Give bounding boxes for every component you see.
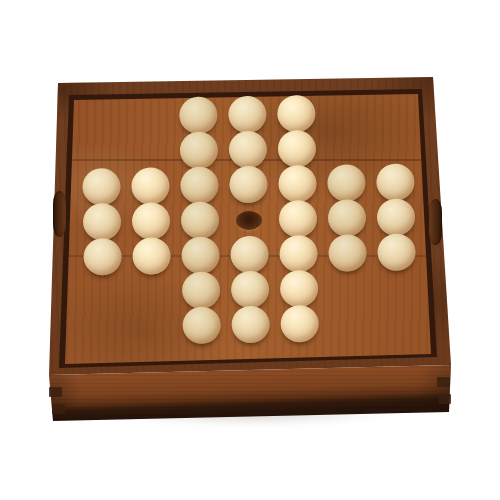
peg[interactable] [230,235,269,273]
peg[interactable] [279,234,318,272]
board-void [321,130,370,166]
board-void [369,94,418,130]
board-hole[interactable] [175,167,224,203]
board-hole[interactable] [78,239,127,275]
peg[interactable] [280,304,319,342]
board-void [125,98,174,134]
peg[interactable] [277,94,316,132]
board-hole[interactable] [273,166,322,202]
board-hole[interactable] [225,272,274,308]
board-hole[interactable] [127,238,176,274]
peg[interactable] [132,202,171,240]
board-hole[interactable] [174,97,223,133]
board-hole[interactable] [175,202,224,238]
board-void [324,305,373,341]
board-hole[interactable] [371,234,420,270]
peg[interactable] [277,129,316,167]
board-hole[interactable] [322,200,371,236]
peg[interactable] [83,168,122,206]
board-hole[interactable] [275,306,324,342]
peg[interactable] [84,238,123,276]
board-hole[interactable] [78,204,127,240]
board-hole[interactable] [371,199,420,235]
board-hole[interactable] [370,164,419,200]
board-hole[interactable] [223,97,272,133]
peg[interactable] [231,305,270,343]
board-void [79,274,128,310]
board-void [128,273,177,309]
board-hole[interactable] [177,307,226,343]
dovetail-joint [439,394,451,404]
left-finger-notch [53,191,66,237]
board-hole[interactable] [321,165,370,201]
board-void [320,95,369,131]
peg[interactable] [228,95,267,133]
board-hole[interactable] [273,201,322,237]
board-hole[interactable] [223,132,272,168]
hole-recess [236,210,262,229]
board-void [125,133,174,169]
board-void [372,269,421,305]
board-hole[interactable] [272,131,321,167]
board-hole[interactable] [271,96,320,132]
board-hole[interactable] [176,237,225,273]
dovetail-joint [52,404,65,414]
board-hole[interactable] [323,235,372,271]
board-hole[interactable] [274,271,323,307]
peg[interactable] [182,271,221,309]
peg[interactable] [182,306,221,344]
peg[interactable] [133,237,172,275]
peg[interactable] [328,234,367,272]
board-hole[interactable] [126,168,175,204]
dovetail-joint [437,377,450,387]
board-hole[interactable] [224,202,273,238]
board-hole[interactable] [177,272,226,308]
board-void [370,129,419,165]
board-void [323,270,372,306]
peg[interactable] [327,199,366,237]
peg[interactable] [180,166,219,204]
right-finger-notch [429,199,442,245]
peg[interactable] [181,201,220,239]
peg[interactable] [278,164,317,202]
board-void [372,304,421,340]
peg[interactable] [83,203,122,241]
peg[interactable] [231,270,270,308]
peg[interactable] [327,164,366,202]
peg[interactable] [179,96,218,134]
peg[interactable] [229,165,268,203]
board-hole[interactable] [225,237,274,273]
board-void [76,99,125,135]
dovetail-joint [49,387,62,397]
peg[interactable] [280,269,319,307]
peg[interactable] [131,167,170,205]
peg[interactable] [180,131,219,169]
peg[interactable] [229,130,268,168]
board-hole[interactable] [226,307,275,343]
board-void [79,309,128,345]
peg[interactable] [181,236,220,274]
board-grid [76,94,422,344]
peg[interactable] [377,233,416,271]
peg[interactable] [376,163,415,201]
peg[interactable] [376,198,415,236]
board-hole[interactable] [174,132,223,168]
board-void [128,308,177,344]
board-hole[interactable] [274,236,323,272]
board-hole[interactable] [224,167,273,203]
peg[interactable] [279,199,318,237]
board-void [77,134,126,170]
board-hole[interactable] [127,203,176,239]
product-photo [0,0,500,500]
board-hole[interactable] [77,169,126,205]
